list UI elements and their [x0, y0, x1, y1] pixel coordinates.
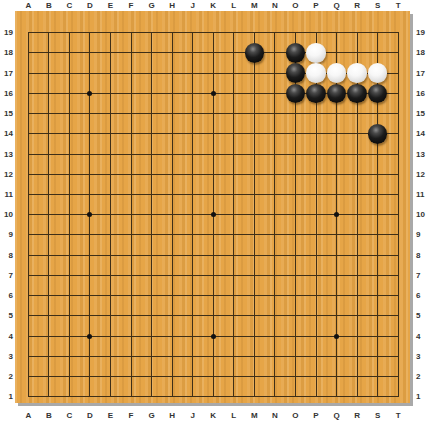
row-label-right-6: 6	[416, 290, 430, 301]
stone-white-Q17[interactable]	[327, 63, 347, 83]
row-label-right-8: 8	[416, 250, 430, 261]
col-label-top-E: E	[101, 0, 121, 11]
row-label-right-14: 14	[416, 128, 430, 139]
col-label-bottom-K: K	[203, 410, 223, 421]
row-label-right-5: 5	[416, 310, 430, 321]
col-label-top-F: F	[121, 0, 141, 11]
row-label-right-16: 16	[416, 88, 430, 99]
row-label-left-1: 1	[0, 391, 13, 402]
row-label-left-17: 17	[0, 68, 13, 79]
col-label-bottom-Q: Q	[327, 410, 347, 421]
stone-white-P18[interactable]	[306, 43, 326, 63]
stone-black-O16[interactable]	[286, 84, 306, 104]
row-label-right-1: 1	[416, 391, 430, 402]
row-label-left-19: 19	[0, 27, 13, 38]
col-label-bottom-F: F	[121, 410, 141, 421]
go-board-app: AABBCCDDEEFFGGHHJJKKLLMMNNOOPPQQRRSSTT19…	[0, 0, 430, 424]
col-label-bottom-D: D	[80, 410, 100, 421]
row-label-right-7: 7	[416, 270, 430, 281]
col-label-bottom-C: C	[59, 410, 79, 421]
col-label-top-G: G	[142, 0, 162, 11]
col-label-top-S: S	[368, 0, 388, 11]
row-label-right-12: 12	[416, 169, 430, 180]
row-label-left-16: 16	[0, 88, 13, 99]
row-label-left-7: 7	[0, 270, 13, 281]
col-label-top-C: C	[59, 0, 79, 11]
col-label-top-T: T	[388, 0, 408, 11]
col-label-bottom-G: G	[142, 410, 162, 421]
col-label-bottom-L: L	[224, 410, 244, 421]
col-label-top-P: P	[306, 0, 326, 11]
row-label-right-10: 10	[416, 209, 430, 220]
row-label-left-4: 4	[0, 331, 13, 342]
row-label-left-14: 14	[0, 128, 13, 139]
col-label-top-Q: Q	[327, 0, 347, 11]
stone-white-S17[interactable]	[368, 63, 388, 83]
row-label-right-15: 15	[416, 108, 430, 119]
row-label-left-3: 3	[0, 351, 13, 362]
row-label-right-11: 11	[416, 189, 430, 200]
row-label-right-4: 4	[416, 331, 430, 342]
col-label-top-A: A	[18, 0, 38, 11]
col-label-bottom-T: T	[388, 410, 408, 421]
row-label-left-15: 15	[0, 108, 13, 119]
col-label-top-O: O	[285, 0, 305, 11]
row-label-right-9: 9	[416, 229, 430, 240]
col-label-bottom-M: M	[244, 410, 264, 421]
col-label-bottom-J: J	[183, 410, 203, 421]
row-label-left-6: 6	[0, 290, 13, 301]
col-label-top-R: R	[347, 0, 367, 11]
stone-white-R17[interactable]	[347, 63, 367, 83]
stone-black-O18[interactable]	[286, 43, 306, 63]
stone-black-R16[interactable]	[347, 84, 367, 104]
stone-black-S14[interactable]	[368, 124, 388, 144]
col-label-bottom-S: S	[368, 410, 388, 421]
row-label-right-3: 3	[416, 351, 430, 362]
row-label-left-12: 12	[0, 169, 13, 180]
row-label-left-9: 9	[0, 229, 13, 240]
col-label-bottom-P: P	[306, 410, 326, 421]
col-label-top-B: B	[39, 0, 59, 11]
stone-white-P17[interactable]	[306, 63, 326, 83]
row-label-left-18: 18	[0, 47, 13, 58]
row-label-right-18: 18	[416, 47, 430, 58]
col-label-top-M: M	[244, 0, 264, 11]
col-label-bottom-N: N	[265, 410, 285, 421]
stone-black-O17[interactable]	[286, 63, 306, 83]
row-label-right-13: 13	[416, 149, 430, 160]
row-label-left-5: 5	[0, 310, 13, 321]
col-label-bottom-R: R	[347, 410, 367, 421]
stone-black-P16[interactable]	[306, 84, 326, 104]
row-label-left-11: 11	[0, 189, 13, 200]
col-label-top-K: K	[203, 0, 223, 11]
col-label-top-J: J	[183, 0, 203, 11]
stone-black-M18[interactable]	[245, 43, 265, 63]
col-label-bottom-H: H	[162, 410, 182, 421]
row-label-left-8: 8	[0, 250, 13, 261]
col-label-bottom-E: E	[101, 410, 121, 421]
row-label-left-10: 10	[0, 209, 13, 220]
col-label-bottom-B: B	[39, 410, 59, 421]
row-label-right-2: 2	[416, 371, 430, 382]
col-label-top-H: H	[162, 0, 182, 11]
row-label-right-17: 17	[416, 68, 430, 79]
col-label-bottom-A: A	[18, 410, 38, 421]
row-label-right-19: 19	[416, 27, 430, 38]
col-label-top-D: D	[80, 0, 100, 11]
row-label-left-13: 13	[0, 149, 13, 160]
col-label-top-N: N	[265, 0, 285, 11]
col-label-bottom-O: O	[285, 410, 305, 421]
col-label-top-L: L	[224, 0, 244, 11]
row-label-left-2: 2	[0, 371, 13, 382]
